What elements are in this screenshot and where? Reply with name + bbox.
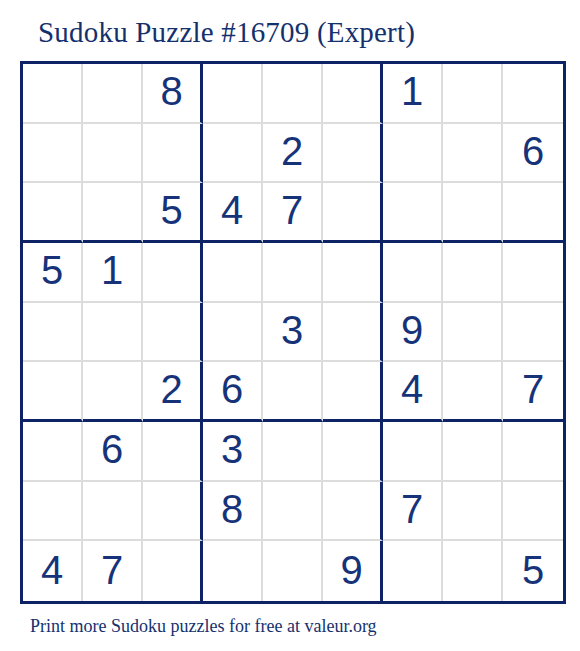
cell-r9c1[interactable]: 4 xyxy=(23,541,83,601)
cell-r7c1[interactable] xyxy=(23,422,83,482)
cell-r2c4[interactable] xyxy=(203,124,263,184)
cell-r4c6[interactable] xyxy=(323,243,383,303)
cell-r8c2[interactable] xyxy=(83,482,143,542)
cell-r4c4[interactable] xyxy=(203,243,263,303)
cell-r6c9[interactable]: 7 xyxy=(503,362,563,422)
cell-r6c2[interactable] xyxy=(83,362,143,422)
cell-r1c9[interactable] xyxy=(503,64,563,124)
cell-r1c3[interactable]: 8 xyxy=(143,64,203,124)
cell-r1c1[interactable] xyxy=(23,64,83,124)
cell-r1c2[interactable] xyxy=(83,64,143,124)
cell-r2c1[interactable] xyxy=(23,124,83,184)
cell-r3c8[interactable] xyxy=(443,183,503,243)
cell-r9c6[interactable]: 9 xyxy=(323,541,383,601)
cell-r3c3[interactable]: 5 xyxy=(143,183,203,243)
sudoku-page: Sudoku Puzzle #16709 (Expert) 8126547513… xyxy=(0,0,580,651)
cell-r5c6[interactable] xyxy=(323,303,383,363)
cell-r3c7[interactable] xyxy=(383,183,443,243)
sudoku-board: 81265475139264763874795 xyxy=(20,61,566,604)
cell-r2c5[interactable]: 2 xyxy=(263,124,323,184)
cell-r6c3[interactable]: 2 xyxy=(143,362,203,422)
cell-r4c5[interactable] xyxy=(263,243,323,303)
cell-r8c6[interactable] xyxy=(323,482,383,542)
cell-r4c8[interactable] xyxy=(443,243,503,303)
cell-r4c1[interactable]: 5 xyxy=(23,243,83,303)
cell-r6c4[interactable]: 6 xyxy=(203,362,263,422)
cell-r3c6[interactable] xyxy=(323,183,383,243)
cell-r9c3[interactable] xyxy=(143,541,203,601)
cell-r1c8[interactable] xyxy=(443,64,503,124)
cell-r4c9[interactable] xyxy=(503,243,563,303)
cell-r7c8[interactable] xyxy=(443,422,503,482)
cell-r2c9[interactable]: 6 xyxy=(503,124,563,184)
cell-r3c2[interactable] xyxy=(83,183,143,243)
cell-r1c4[interactable] xyxy=(203,64,263,124)
cell-r8c7[interactable]: 7 xyxy=(383,482,443,542)
cell-r8c4[interactable]: 8 xyxy=(203,482,263,542)
cell-r6c7[interactable]: 4 xyxy=(383,362,443,422)
cell-r2c6[interactable] xyxy=(323,124,383,184)
cell-r9c5[interactable] xyxy=(263,541,323,601)
footer-text: Print more Sudoku puzzles for free at va… xyxy=(30,616,377,637)
cell-r3c9[interactable] xyxy=(503,183,563,243)
cell-r6c5[interactable] xyxy=(263,362,323,422)
cell-r5c9[interactable] xyxy=(503,303,563,363)
cell-r9c9[interactable]: 5 xyxy=(503,541,563,601)
cell-r7c6[interactable] xyxy=(323,422,383,482)
cell-r5c8[interactable] xyxy=(443,303,503,363)
cell-r9c8[interactable] xyxy=(443,541,503,601)
cell-r8c8[interactable] xyxy=(443,482,503,542)
page-title: Sudoku Puzzle #16709 (Expert) xyxy=(38,16,415,49)
cell-r7c5[interactable] xyxy=(263,422,323,482)
cell-r9c7[interactable] xyxy=(383,541,443,601)
cell-r5c5[interactable]: 3 xyxy=(263,303,323,363)
cell-r5c4[interactable] xyxy=(203,303,263,363)
cell-r7c7[interactable] xyxy=(383,422,443,482)
cell-r6c1[interactable] xyxy=(23,362,83,422)
cell-r5c2[interactable] xyxy=(83,303,143,363)
cell-r8c9[interactable] xyxy=(503,482,563,542)
cell-r7c4[interactable]: 3 xyxy=(203,422,263,482)
cell-r9c4[interactable] xyxy=(203,541,263,601)
cell-r5c3[interactable] xyxy=(143,303,203,363)
cell-r2c3[interactable] xyxy=(143,124,203,184)
cell-r4c7[interactable] xyxy=(383,243,443,303)
cell-r3c1[interactable] xyxy=(23,183,83,243)
cell-r4c2[interactable]: 1 xyxy=(83,243,143,303)
cell-r7c9[interactable] xyxy=(503,422,563,482)
cell-r6c8[interactable] xyxy=(443,362,503,422)
cell-r5c1[interactable] xyxy=(23,303,83,363)
cell-r6c6[interactable] xyxy=(323,362,383,422)
cell-r9c2[interactable]: 7 xyxy=(83,541,143,601)
cell-r5c7[interactable]: 9 xyxy=(383,303,443,363)
cell-r8c3[interactable] xyxy=(143,482,203,542)
cell-r2c2[interactable] xyxy=(83,124,143,184)
cell-r7c3[interactable] xyxy=(143,422,203,482)
cell-r8c5[interactable] xyxy=(263,482,323,542)
cell-r2c8[interactable] xyxy=(443,124,503,184)
cell-r4c3[interactable] xyxy=(143,243,203,303)
cell-r1c7[interactable]: 1 xyxy=(383,64,443,124)
cell-r8c1[interactable] xyxy=(23,482,83,542)
cell-r7c2[interactable]: 6 xyxy=(83,422,143,482)
cell-r3c5[interactable]: 7 xyxy=(263,183,323,243)
cell-r1c5[interactable] xyxy=(263,64,323,124)
cell-r1c6[interactable] xyxy=(323,64,383,124)
cell-r3c4[interactable]: 4 xyxy=(203,183,263,243)
cell-r2c7[interactable] xyxy=(383,124,443,184)
